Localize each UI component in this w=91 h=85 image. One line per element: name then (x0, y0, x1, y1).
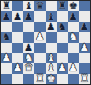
square-f6[interactable]: ♞ (57, 22, 68, 32)
piece-white-pawn-f2: ♟ (58, 63, 67, 73)
square-b8[interactable] (12, 1, 23, 11)
square-h3[interactable] (79, 53, 90, 63)
piece-white-pawn-b2: ♟ (13, 63, 22, 73)
chess-app-window: ♜♝♛♜♚♟♟♟♝♟♟♞♟♞♟♞♟♟♟♞♝♟♛♝♟♟♜♚♜ (0, 0, 91, 85)
square-d2[interactable] (34, 63, 45, 73)
piece-black-pawn-c4: ♟ (24, 42, 33, 52)
square-b2[interactable]: ♟ (12, 63, 23, 73)
square-f8[interactable]: ♜ (57, 1, 68, 11)
square-e3[interactable]: ♝ (46, 53, 57, 63)
square-a6[interactable] (1, 22, 12, 32)
piece-black-pawn-e6: ♟ (47, 21, 56, 31)
square-d3[interactable] (34, 53, 45, 63)
square-b3[interactable] (12, 53, 23, 63)
square-b6[interactable] (12, 22, 23, 32)
square-e7[interactable]: ♝ (46, 11, 57, 21)
piece-white-bishop-e3: ♝ (47, 53, 56, 63)
square-c5[interactable] (23, 32, 34, 42)
square-a7[interactable]: ♟ (1, 11, 12, 21)
square-d8[interactable]: ♛ (34, 1, 45, 11)
square-e2[interactable]: ♝ (46, 63, 57, 73)
square-h7[interactable] (79, 11, 90, 21)
square-c3[interactable]: ♞ (23, 53, 34, 63)
square-h6[interactable]: ♟ (79, 22, 90, 32)
square-f3[interactable] (57, 53, 68, 63)
square-a8[interactable]: ♜ (1, 1, 12, 11)
square-a2[interactable] (1, 63, 12, 73)
piece-white-knight-g5: ♞ (69, 32, 78, 42)
piece-white-bishop-e2: ♝ (47, 63, 56, 73)
piece-black-knight-a5: ♞ (2, 32, 11, 42)
square-c8[interactable]: ♝ (23, 1, 34, 11)
square-c7[interactable]: ♟ (23, 11, 34, 21)
square-b7[interactable]: ♟ (12, 11, 23, 21)
square-b4[interactable] (12, 43, 23, 53)
square-e1[interactable]: ♚ (46, 74, 57, 84)
piece-black-bishop-c8: ♝ (24, 1, 33, 11)
piece-black-rook-a8: ♜ (2, 1, 11, 11)
piece-black-pawn-a7: ♟ (2, 11, 11, 21)
square-h4[interactable]: ♟ (79, 43, 90, 53)
square-f7[interactable] (57, 11, 68, 21)
square-h8[interactable] (79, 1, 90, 11)
square-g4[interactable] (68, 43, 79, 53)
square-b1[interactable] (12, 74, 23, 84)
piece-black-pawn-c7: ♟ (24, 11, 33, 21)
piece-black-bishop-e7: ♝ (47, 11, 56, 21)
square-d5[interactable]: ♟ (34, 32, 45, 42)
square-c6[interactable] (23, 22, 34, 32)
square-f2[interactable]: ♟ (57, 63, 68, 73)
square-a4[interactable] (1, 43, 12, 53)
square-h1[interactable]: ♜ (79, 74, 90, 84)
piece-black-king-g8: ♚ (69, 1, 78, 11)
square-g8[interactable]: ♚ (68, 1, 79, 11)
piece-black-pawn-g7: ♟ (69, 11, 78, 21)
piece-white-rook-h1: ♜ (80, 73, 89, 83)
square-g1[interactable] (68, 74, 79, 84)
square-a1[interactable] (1, 74, 12, 84)
piece-black-rook-f8: ♜ (58, 1, 67, 11)
square-c1[interactable] (23, 74, 34, 84)
square-f1[interactable] (57, 74, 68, 84)
square-e8[interactable] (46, 1, 57, 11)
piece-white-pawn-g2: ♟ (69, 63, 78, 73)
square-e6[interactable]: ♟ (46, 22, 57, 32)
piece-white-queen-c2: ♛ (24, 63, 33, 73)
piece-black-pawn-h6: ♟ (80, 21, 89, 31)
square-b5[interactable] (12, 32, 23, 42)
square-g6[interactable] (68, 22, 79, 32)
square-g5[interactable]: ♞ (68, 32, 79, 42)
piece-black-queen-d8: ♛ (35, 1, 44, 11)
square-c4[interactable]: ♟ (23, 43, 34, 53)
square-g3[interactable] (68, 53, 79, 63)
square-d7[interactable] (34, 11, 45, 21)
square-g2[interactable]: ♟ (68, 63, 79, 73)
chess-board: ♜♝♛♜♚♟♟♟♝♟♟♞♟♞♟♞♟♟♟♞♝♟♛♝♟♟♜♚♜ (0, 0, 91, 85)
square-h5[interactable] (79, 32, 90, 42)
square-h2[interactable] (79, 63, 90, 73)
square-f4[interactable] (57, 43, 68, 53)
square-f5[interactable] (57, 32, 68, 42)
piece-black-knight-f6: ♞ (58, 21, 67, 31)
piece-white-pawn-d5: ♟ (35, 32, 44, 42)
square-d6[interactable] (34, 22, 45, 32)
piece-white-rook-d1: ♜ (35, 73, 44, 83)
piece-white-knight-c3: ♞ (24, 53, 33, 63)
piece-white-pawn-h4: ♟ (80, 42, 89, 52)
square-c2[interactable]: ♛ (23, 63, 34, 73)
piece-white-king-e1: ♚ (47, 73, 56, 83)
square-e5[interactable] (46, 32, 57, 42)
piece-white-pawn-a3: ♟ (2, 53, 11, 63)
square-g7[interactable]: ♟ (68, 11, 79, 21)
square-d1[interactable]: ♜ (34, 74, 45, 84)
piece-black-pawn-b7: ♟ (13, 11, 22, 21)
square-a5[interactable]: ♞ (1, 32, 12, 42)
square-a3[interactable]: ♟ (1, 53, 12, 63)
square-e4[interactable] (46, 43, 57, 53)
square-d4[interactable] (34, 43, 45, 53)
